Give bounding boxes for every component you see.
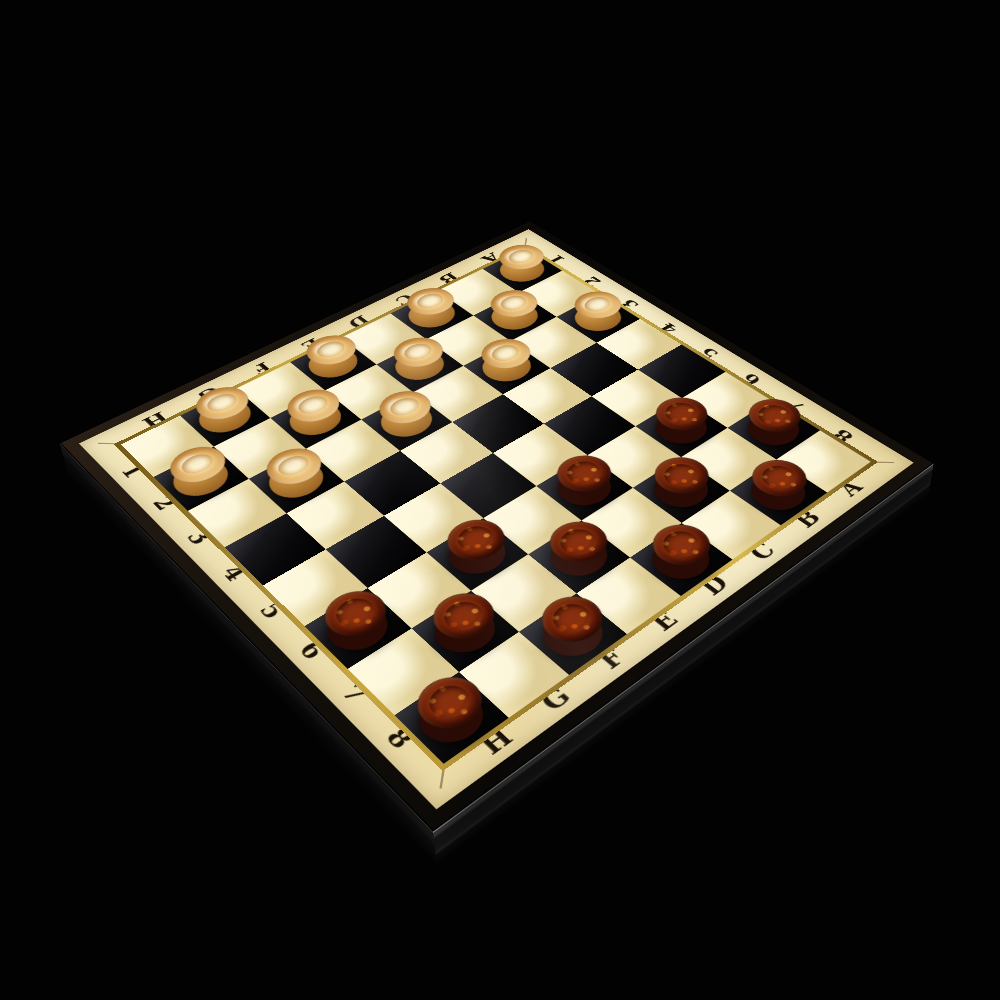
scene-perspective: HGFEDCBA HGFEDCBA 12345678 12345678: [0, 0, 1000, 1000]
photo-background: HGFEDCBA HGFEDCBA 12345678 12345678: [0, 0, 1000, 1000]
checkers-board: HGFEDCBA HGFEDCBA 12345678 12345678: [60, 221, 934, 832]
gold-inlay-frame: [114, 245, 878, 771]
board-rim: HGFEDCBA HGFEDCBA 12345678 12345678: [60, 221, 934, 832]
squares-grid: [121, 248, 871, 764]
